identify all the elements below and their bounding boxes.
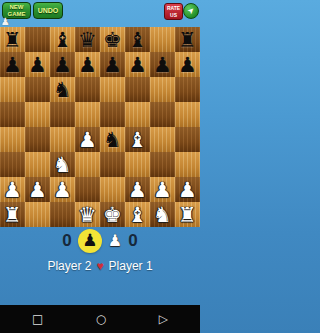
square-d8[interactable]: ♛ xyxy=(75,27,100,52)
square-c7[interactable]: ♟ xyxy=(50,52,75,77)
square-e6[interactable] xyxy=(100,77,125,102)
square-b3[interactable] xyxy=(25,152,50,177)
players-row: Player 2 ♥ Player 1 xyxy=(0,257,200,275)
piece-black-king: ♚ xyxy=(103,30,122,51)
square-b4[interactable] xyxy=(25,127,50,152)
piece-white-pawn: ♟ xyxy=(78,130,97,151)
square-g5[interactable] xyxy=(150,102,175,127)
piece-white-pawn: ♟ xyxy=(28,180,47,201)
square-e2[interactable] xyxy=(100,177,125,202)
piece-white-queen: ♛ xyxy=(78,205,97,226)
square-e1[interactable]: ♚ xyxy=(100,202,125,227)
piece-white-rook: ♜ xyxy=(178,205,197,226)
square-h7[interactable]: ♟ xyxy=(175,52,200,77)
top-bar: NEW GAME UNDO RATE US ➤ xyxy=(0,0,200,22)
recents-button[interactable]: □ xyxy=(32,313,43,325)
square-e5[interactable] xyxy=(100,102,125,127)
square-a2[interactable]: ♟ xyxy=(0,177,25,202)
piece-black-knight: ♞ xyxy=(53,80,72,101)
square-f8[interactable]: ♝ xyxy=(125,27,150,52)
square-h3[interactable] xyxy=(175,152,200,177)
square-f4[interactable]: ♝ xyxy=(125,127,150,152)
square-d2[interactable] xyxy=(75,177,100,202)
piece-white-king: ♚ xyxy=(103,205,122,226)
square-d7[interactable]: ♟ xyxy=(75,52,100,77)
square-e8[interactable]: ♚ xyxy=(100,27,125,52)
square-g6[interactable] xyxy=(150,77,175,102)
piece-white-bishop: ♝ xyxy=(128,205,147,226)
square-e3[interactable] xyxy=(100,152,125,177)
square-b1[interactable] xyxy=(25,202,50,227)
square-b7[interactable]: ♟ xyxy=(25,52,50,77)
rate-button[interactable]: RATE US xyxy=(164,3,183,20)
piece-black-knight: ♞ xyxy=(103,130,122,151)
black-pawn-icon: ♟ xyxy=(82,232,97,249)
square-g7[interactable]: ♟ xyxy=(150,52,175,77)
piece-black-pawn: ♟ xyxy=(28,55,47,76)
share-arrow-icon: ➤ xyxy=(186,6,196,16)
square-c5[interactable] xyxy=(50,102,75,127)
piece-black-pawn: ♟ xyxy=(178,55,197,76)
home-button[interactable]: ○ xyxy=(96,313,106,325)
square-g2[interactable]: ♟ xyxy=(150,177,175,202)
piece-white-pawn: ♟ xyxy=(178,180,197,201)
square-a6[interactable] xyxy=(0,77,25,102)
square-a1[interactable]: ♜ xyxy=(0,202,25,227)
piece-black-pawn: ♟ xyxy=(153,55,172,76)
piece-white-bishop: ♝ xyxy=(128,130,147,151)
piece-black-bishop: ♝ xyxy=(53,30,72,51)
square-h4[interactable] xyxy=(175,127,200,152)
player-2-label: Player 2 xyxy=(47,259,91,273)
square-f7[interactable]: ♟ xyxy=(125,52,150,77)
piece-white-pawn: ♟ xyxy=(153,180,172,201)
square-c1[interactable] xyxy=(50,202,75,227)
piece-black-pawn: ♟ xyxy=(53,55,72,76)
square-e7[interactable]: ♟ xyxy=(100,52,125,77)
square-c3[interactable]: ♞ xyxy=(50,152,75,177)
square-g4[interactable] xyxy=(150,127,175,152)
piece-white-knight: ♞ xyxy=(53,155,72,176)
back-button[interactable]: ▷ xyxy=(159,313,168,325)
piece-white-knight: ♞ xyxy=(153,205,172,226)
square-a5[interactable] xyxy=(0,102,25,127)
square-h8[interactable]: ♜ xyxy=(175,27,200,52)
black-score: 0 xyxy=(62,232,71,249)
piece-black-rook: ♜ xyxy=(178,30,197,51)
white-score: 0 xyxy=(128,232,137,249)
piece-white-pawn: ♟ xyxy=(3,180,22,201)
square-h1[interactable]: ♜ xyxy=(175,202,200,227)
square-d5[interactable] xyxy=(75,102,100,127)
square-f2[interactable]: ♟ xyxy=(125,177,150,202)
captured-white-pawn-icon: ♟ xyxy=(1,17,10,27)
piece-black-pawn: ♟ xyxy=(103,55,122,76)
piece-black-pawn: ♟ xyxy=(78,55,97,76)
square-a3[interactable] xyxy=(0,152,25,177)
piece-black-queen: ♛ xyxy=(78,30,97,51)
square-g3[interactable] xyxy=(150,152,175,177)
undo-button[interactable]: UNDO xyxy=(33,2,63,19)
chess-board[interactable]: ♜♝♛♚♝♜♟♟♟♟♟♟♟♟♞♟♞♝♞♟♟♟♟♟♟♜♛♚♝♞♜ xyxy=(0,27,200,227)
square-f5[interactable] xyxy=(125,102,150,127)
square-b2[interactable]: ♟ xyxy=(25,177,50,202)
square-g8[interactable] xyxy=(150,27,175,52)
square-c6[interactable]: ♞ xyxy=(50,77,75,102)
square-c4[interactable] xyxy=(50,127,75,152)
square-a8[interactable]: ♜ xyxy=(0,27,25,52)
square-d6[interactable] xyxy=(75,77,100,102)
square-a4[interactable] xyxy=(0,127,25,152)
share-button[interactable]: ➤ xyxy=(183,3,199,19)
square-b5[interactable] xyxy=(25,102,50,127)
square-g1[interactable]: ♞ xyxy=(150,202,175,227)
piece-white-pawn: ♟ xyxy=(53,180,72,201)
player-1-label: Player 1 xyxy=(109,259,153,273)
android-nav-bar: □ ○ ▷ xyxy=(0,305,200,333)
square-d1[interactable]: ♛ xyxy=(75,202,100,227)
square-c2[interactable]: ♟ xyxy=(50,177,75,202)
turn-indicator-circle: ♟ xyxy=(78,229,102,253)
square-b6[interactable] xyxy=(25,77,50,102)
square-d3[interactable] xyxy=(75,152,100,177)
square-a7[interactable]: ♟ xyxy=(0,52,25,77)
square-c8[interactable]: ♝ xyxy=(50,27,75,52)
white-pawn-icon: ♟ xyxy=(108,233,122,249)
square-f3[interactable] xyxy=(125,152,150,177)
turn-status-row: 0 ♟ ♟ 0 xyxy=(0,227,200,254)
square-e4[interactable]: ♞ xyxy=(100,127,125,152)
square-h5[interactable] xyxy=(175,102,200,127)
piece-white-rook: ♜ xyxy=(3,205,22,226)
square-d4[interactable]: ♟ xyxy=(75,127,100,152)
piece-black-pawn: ♟ xyxy=(128,55,147,76)
piece-black-rook: ♜ xyxy=(3,30,22,51)
square-b8[interactable] xyxy=(25,27,50,52)
heart-icon: ♥ xyxy=(96,260,103,272)
piece-black-pawn: ♟ xyxy=(3,55,22,76)
piece-white-pawn: ♟ xyxy=(128,180,147,201)
square-f1[interactable]: ♝ xyxy=(125,202,150,227)
piece-black-bishop: ♝ xyxy=(128,30,147,51)
square-h6[interactable] xyxy=(175,77,200,102)
square-h2[interactable]: ♟ xyxy=(175,177,200,202)
square-f6[interactable] xyxy=(125,77,150,102)
